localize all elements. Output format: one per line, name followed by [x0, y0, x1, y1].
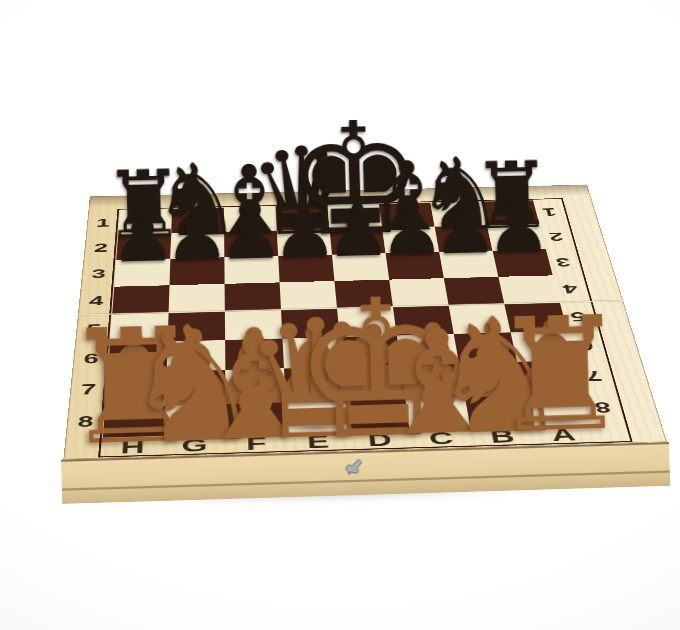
chessboard: 1♜♞♝♛♚♝♞♜12♟♟♟♟♟♟♟♟2334455667♟♟♟♟♟♟♟♟78♜…	[63, 185, 667, 460]
square-h2[interactable]: ♟	[116, 233, 171, 260]
square-a2[interactable]: ♟	[487, 224, 546, 250]
latch-clasp-icon	[343, 456, 368, 483]
board-grid: 1♜♞♝♛♚♝♞♜12♟♟♟♟♟♟♟♟2334455667♟♟♟♟♟♟♟♟78♜…	[63, 185, 667, 460]
square-d2[interactable]: ♟	[330, 228, 386, 255]
chess-set-photo: 1♜♞♝♛♚♝♞♜12♟♟♟♟♟♟♟♟2334455667♟♟♟♟♟♟♟♟78♜…	[0, 0, 680, 630]
board-frame: 3	[546, 248, 615, 276]
rank-label-left-3: 3	[91, 266, 106, 281]
square-a3[interactable]	[493, 249, 553, 276]
square-f2[interactable]: ♟	[224, 231, 278, 258]
square-g2[interactable]: ♟	[170, 232, 224, 259]
square-e2[interactable]: ♟	[277, 229, 332, 256]
square-c2[interactable]: ♟	[382, 227, 439, 253]
square-h3[interactable]	[114, 259, 170, 287]
square-f3[interactable]	[224, 256, 279, 284]
square-b2[interactable]: ♟	[435, 226, 493, 252]
rank-label-right-3: 3	[554, 255, 572, 270]
square-g3[interactable]	[170, 257, 225, 285]
square-a8[interactable]: ♜	[524, 391, 592, 425]
board-frame: 3	[81, 260, 117, 287]
